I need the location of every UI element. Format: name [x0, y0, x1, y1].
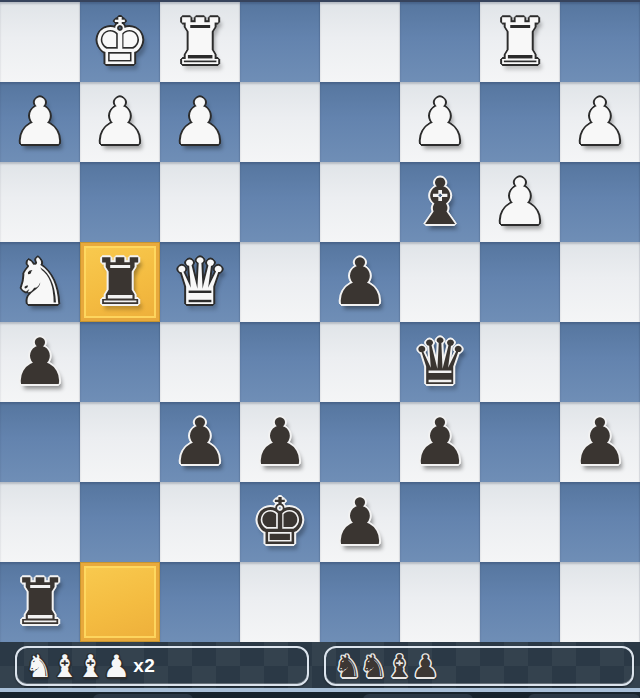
- bottom-ui-edge: [0, 692, 640, 698]
- square-h5[interactable]: ♟: [0, 322, 80, 402]
- square-a7[interactable]: [560, 482, 640, 562]
- square-h8[interactable]: ♜: [0, 562, 80, 642]
- square-e2[interactable]: [240, 82, 320, 162]
- square-h7[interactable]: [0, 482, 80, 562]
- captured-white-bishop: ♝: [51, 648, 79, 684]
- chess-board: ♚♜♜♟♟♟♟♟♝♟♞♜♛♟♟♛♟♟♟♟♚♟♜: [0, 0, 640, 642]
- square-g4[interactable]: ♜: [80, 242, 160, 322]
- square-h6[interactable]: [0, 402, 80, 482]
- captured-white-bishop: ♝: [77, 648, 105, 684]
- square-d6[interactable]: [320, 402, 400, 482]
- black-queen[interactable]: ♛: [400, 322, 480, 402]
- captured-black-knight: ♞: [360, 648, 388, 684]
- captured-white-pawn: ♟: [102, 648, 130, 684]
- captured-white-tray: ♞♝♝♟x2: [15, 646, 309, 686]
- black-rook[interactable]: ♜: [0, 562, 80, 642]
- square-d4[interactable]: ♟: [320, 242, 400, 322]
- square-f7[interactable]: [160, 482, 240, 562]
- chess-app: ♚♜♜♟♟♟♟♟♝♟♞♜♛♟♟♛♟♟♟♟♚♟♜ ♞♝♝♟x2 ♞♞♝♟: [0, 0, 640, 698]
- square-b7[interactable]: [480, 482, 560, 562]
- square-f5[interactable]: [160, 322, 240, 402]
- square-h1[interactable]: [0, 2, 80, 82]
- square-e5[interactable]: [240, 322, 320, 402]
- captured-pawn-count: x2: [133, 655, 155, 677]
- square-g5[interactable]: [80, 322, 160, 402]
- white-pawn[interactable]: ♟: [80, 82, 160, 162]
- captured-black-pawn: ♟: [411, 648, 439, 684]
- square-c4[interactable]: [400, 242, 480, 322]
- white-rook[interactable]: ♜: [160, 2, 240, 82]
- square-f8[interactable]: [160, 562, 240, 642]
- square-d5[interactable]: [320, 322, 400, 402]
- black-bishop[interactable]: ♝: [400, 162, 480, 242]
- square-b4[interactable]: [480, 242, 560, 322]
- bottom-pill-left: [93, 694, 193, 698]
- square-h2[interactable]: ♟: [0, 82, 80, 162]
- square-h4[interactable]: ♞: [0, 242, 80, 322]
- square-e6[interactable]: ♟: [240, 402, 320, 482]
- square-c5[interactable]: ♛: [400, 322, 480, 402]
- square-f2[interactable]: ♟: [160, 82, 240, 162]
- white-rook[interactable]: ♜: [480, 2, 560, 82]
- square-b3[interactable]: ♟: [480, 162, 560, 242]
- square-b2[interactable]: [480, 82, 560, 162]
- square-b8[interactable]: [480, 562, 560, 642]
- square-c7[interactable]: [400, 482, 480, 562]
- square-f4[interactable]: ♛: [160, 242, 240, 322]
- black-king[interactable]: ♚: [240, 482, 320, 562]
- black-pawn[interactable]: ♟: [320, 482, 400, 562]
- square-g1[interactable]: ♚: [80, 2, 160, 82]
- square-c8[interactable]: [400, 562, 480, 642]
- square-d3[interactable]: [320, 162, 400, 242]
- square-g6[interactable]: [80, 402, 160, 482]
- square-c1[interactable]: [400, 2, 480, 82]
- white-pawn[interactable]: ♟: [560, 82, 640, 162]
- square-g2[interactable]: ♟: [80, 82, 160, 162]
- white-pawn[interactable]: ♟: [0, 82, 80, 162]
- square-e3[interactable]: [240, 162, 320, 242]
- square-a5[interactable]: [560, 322, 640, 402]
- square-e1[interactable]: [240, 2, 320, 82]
- square-d1[interactable]: [320, 2, 400, 82]
- black-pawn[interactable]: ♟: [560, 402, 640, 482]
- square-e7[interactable]: ♚: [240, 482, 320, 562]
- square-a3[interactable]: [560, 162, 640, 242]
- square-h3[interactable]: [0, 162, 80, 242]
- square-c3[interactable]: ♝: [400, 162, 480, 242]
- square-b1[interactable]: ♜: [480, 2, 560, 82]
- square-b5[interactable]: [480, 322, 560, 402]
- captured-pieces-bar: ♞♝♝♟x2 ♞♞♝♟: [0, 642, 640, 698]
- square-d7[interactable]: ♟: [320, 482, 400, 562]
- square-d8[interactable]: [320, 562, 400, 642]
- square-f6[interactable]: ♟: [160, 402, 240, 482]
- black-pawn[interactable]: ♟: [400, 402, 480, 482]
- square-a6[interactable]: ♟: [560, 402, 640, 482]
- square-e8[interactable]: [240, 562, 320, 642]
- square-g7[interactable]: [80, 482, 160, 562]
- square-g8[interactable]: [80, 562, 160, 642]
- square-b6[interactable]: [480, 402, 560, 482]
- square-c2[interactable]: ♟: [400, 82, 480, 162]
- square-e4[interactable]: [240, 242, 320, 322]
- black-pawn[interactable]: ♟: [320, 242, 400, 322]
- captured-black-tray: ♞♞♝♟: [324, 646, 634, 686]
- square-a4[interactable]: [560, 242, 640, 322]
- captured-black-knight: ♞: [334, 648, 362, 684]
- square-c6[interactable]: ♟: [400, 402, 480, 482]
- black-pawn[interactable]: ♟: [240, 402, 320, 482]
- square-a2[interactable]: ♟: [560, 82, 640, 162]
- white-knight[interactable]: ♞: [0, 242, 80, 322]
- square-a8[interactable]: [560, 562, 640, 642]
- square-d2[interactable]: [320, 82, 400, 162]
- square-a1[interactable]: [560, 2, 640, 82]
- bottom-pill-center: [363, 694, 473, 698]
- white-queen[interactable]: ♛: [160, 242, 240, 322]
- square-g3[interactable]: [80, 162, 160, 242]
- black-pawn[interactable]: ♟: [160, 402, 240, 482]
- black-rook[interactable]: ♜: [80, 242, 160, 322]
- white-king[interactable]: ♚: [80, 2, 160, 82]
- captured-white-knight: ♞: [25, 648, 53, 684]
- black-pawn[interactable]: ♟: [0, 322, 80, 402]
- captured-black-bishop: ♝: [386, 648, 414, 684]
- white-pawn[interactable]: ♟: [160, 82, 240, 162]
- white-pawn[interactable]: ♟: [400, 82, 480, 162]
- bottom-pill-right: [528, 694, 640, 698]
- square-f3[interactable]: [160, 162, 240, 242]
- white-pawn[interactable]: ♟: [480, 162, 560, 242]
- square-f1[interactable]: ♜: [160, 2, 240, 82]
